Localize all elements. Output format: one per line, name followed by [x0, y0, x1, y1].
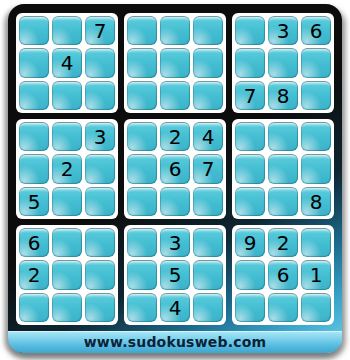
sudoku-cell-r2c3[interactable] — [85, 48, 115, 77]
sudoku-cell-r3c8[interactable]: 8 — [268, 81, 298, 110]
sudoku-cell-r1c6[interactable] — [193, 16, 223, 45]
sudoku-cell-r6c5[interactable] — [160, 187, 190, 216]
sudoku-cell-r2c9[interactable] — [301, 48, 331, 77]
sudoku-cell-r9c3[interactable] — [85, 293, 115, 322]
sudoku-cell-r9c1[interactable] — [19, 293, 49, 322]
sudoku-cell-r6c3[interactable] — [85, 187, 115, 216]
sudoku-cell-r4c9[interactable] — [301, 122, 331, 151]
sudoku-cell-r4c8[interactable] — [268, 122, 298, 151]
sudoku-cell-r3c6[interactable] — [193, 81, 223, 110]
sudoku-cell-r5c8[interactable] — [268, 154, 298, 183]
cell-value: 5 — [169, 264, 182, 285]
cell-value: 2 — [169, 126, 182, 147]
sudoku-cell-r8c9[interactable]: 1 — [301, 260, 331, 289]
cell-value: 3 — [169, 232, 182, 253]
cell-value: 8 — [310, 191, 323, 212]
cell-value: 2 — [277, 232, 290, 253]
sudoku-box-3: 325 — [16, 119, 118, 219]
sudoku-cell-r9c2[interactable] — [52, 293, 82, 322]
sudoku-cell-r2c7[interactable] — [235, 48, 265, 77]
sudoku-cell-r1c9[interactable]: 6 — [301, 16, 331, 45]
sudoku-cell-r9c4[interactable] — [127, 293, 157, 322]
sudoku-cell-r1c3[interactable]: 7 — [85, 16, 115, 45]
sudoku-cell-r4c1[interactable] — [19, 122, 49, 151]
cell-value: 6 — [169, 158, 182, 179]
cell-value: 1 — [310, 264, 323, 285]
sudoku-cell-r6c8[interactable] — [268, 187, 298, 216]
sudoku-cell-r6c2[interactable] — [52, 187, 82, 216]
cell-value: 8 — [277, 85, 290, 106]
sudoku-cell-r8c3[interactable] — [85, 260, 115, 289]
cell-value: 7 — [244, 85, 257, 106]
sudoku-box-5: 8 — [232, 119, 334, 219]
sudoku-cell-r4c3[interactable]: 3 — [85, 122, 115, 151]
sudoku-cell-r7c4[interactable] — [127, 228, 157, 257]
sudoku-cell-r7c6[interactable] — [193, 228, 223, 257]
sudoku-cell-r4c6[interactable]: 4 — [193, 122, 223, 151]
sudoku-cell-r3c4[interactable] — [127, 81, 157, 110]
sudoku-box-2: 3678 — [232, 13, 334, 113]
sudoku-cell-r1c7[interactable] — [235, 16, 265, 45]
sudoku-cell-r8c6[interactable] — [193, 260, 223, 289]
sudoku-cell-r7c8[interactable]: 2 — [268, 228, 298, 257]
sudoku-cell-r2c8[interactable] — [268, 48, 298, 77]
sudoku-cell-r1c4[interactable] — [127, 16, 157, 45]
sudoku-cell-r5c1[interactable] — [19, 154, 49, 183]
sudoku-cell-r8c1[interactable]: 2 — [19, 260, 49, 289]
cell-value: 7 — [202, 158, 215, 179]
sudoku-cell-r7c7[interactable]: 9 — [235, 228, 265, 257]
sudoku-cell-r6c7[interactable] — [235, 187, 265, 216]
sudoku-cell-r4c5[interactable]: 2 — [160, 122, 190, 151]
sudoku-cell-r8c8[interactable]: 6 — [268, 260, 298, 289]
sudoku-cell-r9c5[interactable]: 4 — [160, 293, 190, 322]
sudoku-cell-r2c6[interactable] — [193, 48, 223, 77]
sudoku-cell-r6c1[interactable]: 5 — [19, 187, 49, 216]
sudoku-box-7: 354 — [124, 225, 226, 325]
sudoku-cell-r9c8[interactable] — [268, 293, 298, 322]
sudoku-cell-r8c5[interactable]: 5 — [160, 260, 190, 289]
sudoku-cell-r3c5[interactable] — [160, 81, 190, 110]
sudoku-cell-r7c9[interactable] — [301, 228, 331, 257]
sudoku-cell-r5c4[interactable] — [127, 154, 157, 183]
cell-value: 6 — [277, 264, 290, 285]
sudoku-cell-r3c7[interactable]: 7 — [235, 81, 265, 110]
sudoku-box-4: 2467 — [124, 119, 226, 219]
sudoku-cell-r5c7[interactable] — [235, 154, 265, 183]
sudoku-cell-r1c2[interactable] — [52, 16, 82, 45]
sudoku-cell-r2c2[interactable]: 4 — [52, 48, 82, 77]
sudoku-cell-r8c4[interactable] — [127, 260, 157, 289]
sudoku-cell-r5c9[interactable] — [301, 154, 331, 183]
sudoku-cell-r3c3[interactable] — [85, 81, 115, 110]
cell-value: 4 — [202, 126, 215, 147]
sudoku-cell-r6c9[interactable]: 8 — [301, 187, 331, 216]
sudoku-cell-r3c2[interactable] — [52, 81, 82, 110]
site-url: www.sudokusweb.com — [84, 334, 267, 350]
cell-value: 2 — [61, 158, 74, 179]
cell-value: 4 — [169, 297, 182, 318]
sudoku-cell-r2c5[interactable] — [160, 48, 190, 77]
sudoku-cell-r4c2[interactable] — [52, 122, 82, 151]
sudoku-cell-r2c4[interactable] — [127, 48, 157, 77]
cell-value: 5 — [28, 191, 41, 212]
sudoku-cell-r1c1[interactable] — [19, 16, 49, 45]
page: 74367832524678623549261 www.sudokusweb.c… — [0, 0, 350, 360]
sudoku-cell-r1c5[interactable] — [160, 16, 190, 45]
sudoku-cell-r8c2[interactable] — [52, 260, 82, 289]
sudoku-cell-r9c7[interactable] — [235, 293, 265, 322]
sudoku-cell-r9c9[interactable] — [301, 293, 331, 322]
sudoku-cell-r7c3[interactable] — [85, 228, 115, 257]
sudoku-box-6: 62 — [16, 225, 118, 325]
sudoku-cell-r5c6[interactable]: 7 — [193, 154, 223, 183]
sudoku-board: 74367832524678623549261 www.sudokusweb.c… — [8, 4, 342, 353]
sudoku-cell-r7c2[interactable] — [52, 228, 82, 257]
sudoku-cell-r4c4[interactable] — [127, 122, 157, 151]
sudoku-cell-r4c7[interactable] — [235, 122, 265, 151]
sudoku-cell-r3c9[interactable] — [301, 81, 331, 110]
sudoku-cell-r7c1[interactable]: 6 — [19, 228, 49, 257]
sudoku-cell-r3c1[interactable] — [19, 81, 49, 110]
cell-value: 3 — [277, 20, 290, 41]
cell-value: 3 — [94, 126, 107, 147]
sudoku-box-1 — [124, 13, 226, 113]
cell-value: 4 — [61, 52, 74, 73]
sudoku-cell-r5c5[interactable]: 6 — [160, 154, 190, 183]
sudoku-cell-r9c6[interactable] — [193, 293, 223, 322]
cell-value: 6 — [28, 232, 41, 253]
cell-value: 6 — [310, 20, 323, 41]
sudoku-cell-r6c4[interactable] — [127, 187, 157, 216]
footer-bar: www.sudokusweb.com — [8, 331, 342, 353]
sudoku-cell-r5c3[interactable] — [85, 154, 115, 183]
cell-value: 9 — [244, 232, 257, 253]
sudoku-cell-r5c2[interactable]: 2 — [52, 154, 82, 183]
sudoku-grid: 74367832524678623549261 — [8, 4, 342, 331]
sudoku-cell-r1c8[interactable]: 3 — [268, 16, 298, 45]
sudoku-box-8: 9261 — [232, 225, 334, 325]
sudoku-cell-r7c5[interactable]: 3 — [160, 228, 190, 257]
sudoku-cell-r8c7[interactable] — [235, 260, 265, 289]
sudoku-cell-r2c1[interactable] — [19, 48, 49, 77]
sudoku-cell-r6c6[interactable] — [193, 187, 223, 216]
cell-value: 7 — [94, 20, 107, 41]
cell-value: 2 — [28, 264, 41, 285]
sudoku-box-0: 74 — [16, 13, 118, 113]
